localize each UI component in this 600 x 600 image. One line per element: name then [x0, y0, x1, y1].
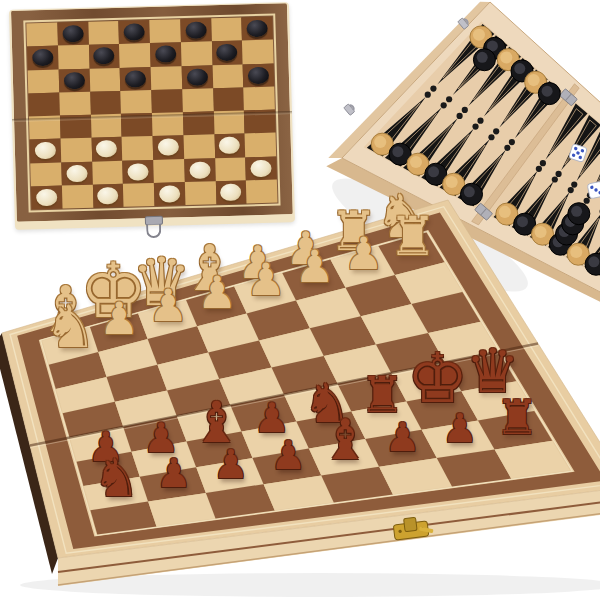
checkers-square: [119, 20, 150, 44]
checkers-man-white: [35, 142, 56, 160]
checkers-board: [9, 2, 295, 230]
checkers-square: [243, 86, 274, 110]
checkers-square: [88, 21, 119, 45]
checkers-man-black: [125, 70, 146, 88]
backgammon-checker-black: [473, 49, 495, 71]
checkers-square: [122, 159, 153, 183]
checkers-square: [151, 66, 182, 90]
checkers-square: [30, 162, 61, 186]
checkers-man-black: [155, 46, 176, 64]
checkers-square: [28, 92, 59, 116]
checkers-man-white: [97, 187, 118, 205]
checkers-square: [91, 137, 122, 161]
checkers-square: [180, 18, 211, 42]
checkers-square: [212, 64, 243, 88]
backgammon-clasp-icon: [344, 103, 356, 116]
checkers-square: [26, 23, 57, 47]
checkers-square: [123, 183, 154, 207]
checkers-square: [31, 185, 62, 209]
checkers-square: [60, 138, 91, 162]
checkers-square: [211, 41, 242, 65]
checkers-square: [185, 181, 216, 205]
checkers-board-edge: [9, 2, 295, 230]
checkers-man-white: [220, 183, 241, 201]
checkers-square: [211, 17, 242, 41]
checkers-man-white: [66, 164, 87, 182]
checkers-man-black: [216, 44, 237, 62]
checkers-square: [154, 182, 185, 206]
checkers-man-black: [63, 71, 84, 89]
checkers-square: [90, 91, 121, 115]
checkers-man-black: [248, 66, 269, 84]
checkers-man-black: [247, 20, 268, 38]
checkers-square: [150, 42, 181, 66]
checkers-man-white: [127, 163, 148, 181]
checkers-square: [153, 135, 184, 159]
checkers-man-white: [250, 159, 271, 177]
checkers-man-black: [186, 68, 207, 86]
checkers-man-white: [36, 188, 57, 206]
checkers-square: [246, 179, 277, 203]
checkers-square: [89, 67, 120, 91]
checkers-square: [242, 40, 273, 64]
checkers-square: [61, 161, 92, 185]
checkers-square: [121, 90, 152, 114]
checkers-square: [213, 87, 244, 111]
checkers-square: [242, 17, 273, 41]
checkers-man-black: [62, 25, 83, 43]
checkers-man-black: [124, 23, 145, 41]
checkers-square: [181, 65, 212, 89]
checkers-square: [30, 139, 61, 163]
checkers-square: [92, 184, 123, 208]
backgammon-checker-black: [568, 203, 590, 225]
backgammon-checker-black: [461, 183, 483, 205]
checkers-square: [215, 157, 246, 181]
checkers-man-white: [189, 161, 210, 179]
checkers-square: [92, 160, 123, 184]
checkers-man-black: [32, 49, 53, 67]
checkers-square: [149, 19, 180, 43]
checkers-square: [243, 63, 274, 87]
checkers-square: [120, 67, 151, 91]
checkers-square: [58, 45, 89, 69]
checkers-man-white: [219, 137, 240, 155]
checkers-square: [62, 184, 93, 208]
checkers-square: [88, 44, 119, 68]
checkers-square: [215, 180, 246, 204]
checkers-square: [59, 91, 90, 115]
checkers-square: [28, 69, 59, 93]
checkers-square: [182, 88, 213, 112]
checkers-square: [119, 43, 150, 67]
checkers-square: [245, 133, 276, 157]
checkers-square: [58, 68, 89, 92]
checkers-man-white: [159, 185, 180, 203]
backgammon-checker-black: [538, 83, 560, 105]
checkers-square: [151, 89, 182, 113]
checkers-clasp-icon: [144, 216, 165, 239]
checkers-square: [214, 134, 245, 158]
checkers-square: [245, 156, 276, 180]
checkers-man-white: [96, 140, 117, 158]
checkers-square: [122, 136, 153, 160]
checkers-square: [153, 159, 184, 183]
checkers-man-black: [93, 47, 114, 65]
checkers-man-white: [158, 139, 179, 157]
checkers-board-frame: [11, 3, 293, 222]
checkers-man-black: [185, 21, 206, 39]
checkers-square: [57, 22, 88, 46]
checkers-square: [184, 158, 215, 182]
checkers-square: [27, 46, 58, 70]
checkers-square: [181, 42, 212, 66]
checkers-square: [183, 135, 214, 159]
